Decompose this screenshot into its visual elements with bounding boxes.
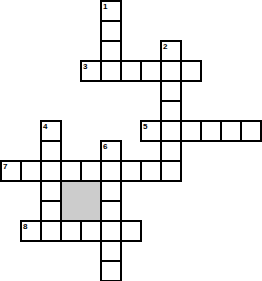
crossword-cell[interactable] xyxy=(160,80,182,102)
crossword-cell[interactable] xyxy=(120,160,142,182)
crossword-cell[interactable] xyxy=(20,220,42,242)
crossword-cell[interactable] xyxy=(160,160,182,182)
crossword-cell[interactable] xyxy=(80,60,102,82)
crossword-cell[interactable] xyxy=(200,120,222,142)
crossword-cell[interactable] xyxy=(100,60,122,82)
crossword-cell[interactable] xyxy=(40,140,62,162)
crossword-cell[interactable] xyxy=(100,0,122,22)
crossword-cell[interactable] xyxy=(160,140,182,162)
crossword-cell[interactable] xyxy=(100,180,122,202)
crossword-cell[interactable] xyxy=(140,120,162,142)
crossword-cell[interactable] xyxy=(120,60,142,82)
crossword-cell[interactable] xyxy=(40,160,62,182)
crossword-cell[interactable] xyxy=(180,120,202,142)
crossword-cell[interactable] xyxy=(160,60,182,82)
crossword-cell[interactable] xyxy=(220,120,242,142)
crossword-cell[interactable] xyxy=(100,260,122,281)
crossword-cell[interactable] xyxy=(160,100,182,122)
crossword-cell[interactable] xyxy=(40,180,62,202)
crossword-cell[interactable] xyxy=(100,160,122,182)
crossword-cell[interactable] xyxy=(40,120,62,142)
crossword-cell[interactable] xyxy=(60,160,82,182)
crossword-cell[interactable] xyxy=(180,60,202,82)
crossword-cell[interactable] xyxy=(100,140,122,162)
crossword-cell[interactable] xyxy=(240,120,262,142)
crossword-cell[interactable] xyxy=(100,20,122,42)
crossword-cell[interactable] xyxy=(100,40,122,62)
crossword-cell[interactable] xyxy=(100,240,122,262)
crossword-cell[interactable] xyxy=(100,220,122,242)
crossword-cell[interactable] xyxy=(60,220,82,242)
crossword-cell[interactable] xyxy=(120,220,142,242)
crossword-cell[interactable] xyxy=(160,40,182,62)
crossword-cell[interactable] xyxy=(140,160,162,182)
crossword-cell[interactable] xyxy=(40,200,62,222)
crossword-cell[interactable] xyxy=(20,160,42,182)
crossword-cell[interactable] xyxy=(80,160,102,182)
crossword-grid: 12345678 xyxy=(0,0,262,281)
crossword-cell[interactable] xyxy=(140,60,162,82)
crossword-cell[interactable] xyxy=(80,220,102,242)
crossword-cell[interactable] xyxy=(40,220,62,242)
shaded-block xyxy=(60,180,102,222)
crossword-cell[interactable] xyxy=(100,200,122,222)
crossword-cell[interactable] xyxy=(0,160,22,182)
crossword-cell[interactable] xyxy=(160,120,182,142)
